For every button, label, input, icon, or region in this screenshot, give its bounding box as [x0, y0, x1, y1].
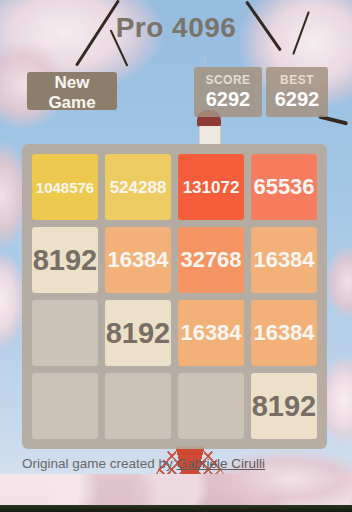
blossom-treeline	[0, 474, 352, 508]
tile-16384: 16384	[178, 300, 244, 366]
tile-8192: 8192	[105, 300, 171, 366]
tile-32768: 32768	[178, 227, 244, 293]
new-game-button[interactable]: New Game	[27, 72, 117, 110]
tile-16384: 16384	[251, 227, 317, 293]
board-grid[interactable]: 1048576524288131072655368192163843276816…	[22, 144, 327, 449]
best-box: BEST 6292	[266, 67, 328, 117]
tile-1048576: 1048576	[32, 154, 98, 220]
tile-16384: 16384	[251, 300, 317, 366]
score-box: SCORE 6292	[194, 67, 262, 117]
tile-16384: 16384	[105, 227, 171, 293]
blossom-cluster-right-1	[324, 245, 352, 320]
empty-cell	[105, 373, 171, 439]
ground-strip	[0, 505, 352, 512]
page-title: Pro 4096	[0, 12, 352, 44]
tile-131072: 131072	[178, 154, 244, 220]
credit-text: Original game created by	[22, 456, 177, 471]
best-label: BEST	[280, 73, 314, 87]
tile-524288: 524288	[105, 154, 171, 220]
score-value: 6292	[206, 88, 251, 111]
tile-8192: 8192	[32, 227, 98, 293]
tile-65536: 65536	[251, 154, 317, 220]
empty-cell	[32, 300, 98, 366]
tile-8192: 8192	[251, 373, 317, 439]
app-window: Pro 4096 New Game SCORE 6292 BEST 6292 1…	[0, 0, 352, 512]
empty-cell	[178, 373, 244, 439]
best-value: 6292	[275, 88, 320, 111]
credit-link[interactable]: Gabriele Cirulli	[177, 456, 266, 471]
empty-cell	[32, 373, 98, 439]
credit-line: Original game created by Gabriele Cirull…	[22, 456, 265, 471]
score-label: SCORE	[205, 73, 250, 87]
